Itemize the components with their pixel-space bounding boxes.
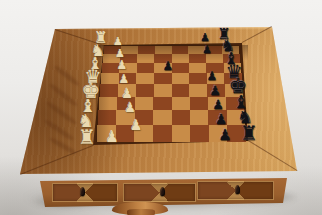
- board-inner-shadow: [96, 45, 248, 142]
- drawer-knob-3: [235, 185, 240, 194]
- photo-chess-table: ♜♞♝♛♚♝♞♜♟♟♟♟♟♟♟♟♟♟♟♟♟♟♟♟♜♞♝♛♚♝♞♜: [0, 0, 322, 215]
- drawer-front-left: [52, 183, 118, 202]
- pedestal-stem: [127, 209, 155, 215]
- drawer-knob-2: [160, 187, 165, 196]
- drawer-knob-1: [80, 187, 85, 196]
